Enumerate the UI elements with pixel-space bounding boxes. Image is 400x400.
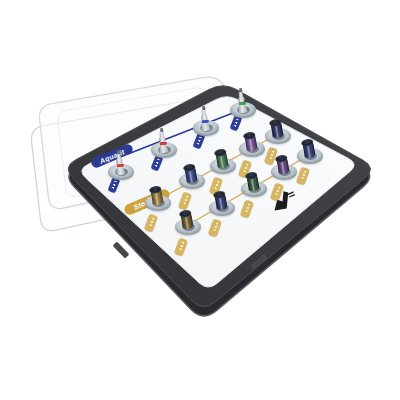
stopper-dark-green [245, 171, 260, 192]
kit-items-layer [0, 0, 400, 400]
drill-red-orange-tag-marks [111, 180, 116, 189]
stopper-green-tag-marks [214, 180, 219, 189]
stopper-dark-green-tag [240, 199, 254, 218]
drill-blue-tag-marks [196, 136, 201, 145]
stopper-blue-tag-marks [183, 195, 188, 204]
stopper-dark-gold-tag-marks [179, 241, 184, 250]
stopper-purple-2-tag-marks [275, 186, 280, 195]
stopper-navy-2-tag-marks [213, 222, 218, 231]
stopper-navy-tag-marks [269, 150, 274, 159]
product-photo-scene: Aquafit Stopper [0, 0, 400, 400]
drill-red-orange-collar [115, 166, 126, 175]
stopper-navy-2 [213, 190, 228, 211]
stopper-dark-green-tag-marks [245, 203, 250, 212]
drill-red-tag-marks [154, 158, 159, 167]
drill-green-collar [237, 104, 248, 113]
stopper-purple-2 [275, 154, 290, 175]
stopper-purple [243, 131, 258, 152]
drill-red-orange [113, 150, 126, 176]
stopper-navy-3-tag [296, 166, 310, 185]
stopper-dark-gold-tag [174, 237, 188, 256]
drill-blue-collar [200, 122, 211, 131]
stopper-purple-tag-marks [243, 163, 248, 172]
drill-blue [198, 106, 211, 132]
stopper-gold-tag [144, 213, 158, 232]
stopper-navy-3 [301, 138, 316, 159]
stopper-blue [183, 163, 198, 184]
stopper-purple-2-tag [270, 182, 284, 201]
stopper-dark-gold [179, 209, 194, 230]
stopper-navy [269, 118, 284, 139]
stopper-green [214, 148, 229, 169]
drill-green-tag-marks [233, 118, 238, 127]
stopper-navy-2-tag [208, 218, 222, 237]
stopper-gold-tag-marks [149, 217, 154, 226]
stopper-navy-3-tag-marks [301, 170, 306, 179]
stopper-blue-tag [178, 191, 192, 210]
stopper-gold [149, 185, 164, 206]
drill-red-collar [158, 144, 169, 153]
drill-red [156, 128, 169, 154]
drill-green [235, 88, 248, 114]
